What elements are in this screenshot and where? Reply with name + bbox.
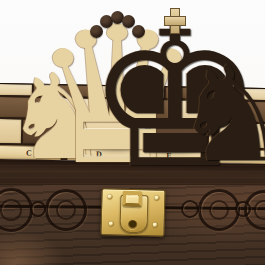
black-knight-f1: ♞	[173, 48, 265, 180]
latch-screw	[153, 223, 158, 228]
latch-screw	[107, 194, 112, 199]
latch-screw	[109, 221, 114, 226]
latch-bail-loop	[122, 191, 142, 208]
latch-screw	[154, 196, 159, 201]
chess-set-product-photo: CDEF ♞♛♚♞	[0, 0, 265, 265]
brass-latch	[100, 188, 165, 237]
